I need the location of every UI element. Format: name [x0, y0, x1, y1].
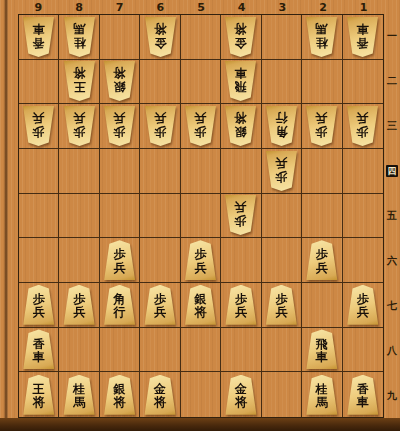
- file-label-1: 1: [343, 0, 384, 14]
- piece-face: 歩兵: [265, 151, 298, 191]
- gote-silver[interactable]: 銀将: [103, 61, 136, 101]
- square-36[interactable]: [262, 238, 302, 283]
- square-96[interactable]: [19, 238, 59, 283]
- piece-kanji: 将: [154, 396, 166, 409]
- sente-pawn[interactable]: 歩兵: [346, 285, 379, 325]
- piece-face: 歩兵: [22, 285, 55, 325]
- piece-face: 王将: [22, 375, 55, 415]
- square-26[interactable]: 歩兵: [302, 238, 342, 283]
- square-94[interactable]: [19, 149, 59, 194]
- sente-rook[interactable]: 飛車: [305, 329, 338, 369]
- square-97[interactable]: 歩兵: [19, 283, 59, 328]
- square-65[interactable]: [140, 194, 180, 239]
- piece-kanji: 将: [114, 396, 126, 409]
- piece-face: 歩兵: [22, 106, 55, 146]
- piece-kanji: 金: [154, 383, 166, 396]
- piece-kanji: 兵: [275, 306, 287, 319]
- gote-rook[interactable]: 飛車: [224, 61, 257, 101]
- piece-face: 香車: [346, 375, 379, 415]
- square-61[interactable]: 金将: [140, 15, 180, 60]
- square-53[interactable]: 歩兵: [181, 104, 221, 149]
- piece-kanji: 馬: [316, 22, 328, 35]
- gote-pawn[interactable]: 歩兵: [224, 195, 257, 235]
- square-35[interactable]: [262, 194, 302, 239]
- square-45[interactable]: 歩兵: [221, 194, 261, 239]
- piece-kanji: 歩: [316, 125, 328, 138]
- sente-knight[interactable]: 桂馬: [305, 375, 338, 415]
- shogi-board: 香車桂馬金将金将桂馬香車王将銀将飛車歩兵歩兵歩兵歩兵歩兵銀将角行歩兵歩兵歩兵歩兵…: [18, 14, 384, 418]
- rank-label-2: 二: [384, 59, 400, 104]
- square-59[interactable]: [181, 372, 221, 417]
- square-85[interactable]: [59, 194, 99, 239]
- piece-kanji: 将: [235, 396, 247, 409]
- board-left-edge: [4, 0, 8, 431]
- rank-label-6: 六: [384, 238, 400, 283]
- gote-pawn[interactable]: 歩兵: [184, 106, 217, 146]
- square-11[interactable]: 香車: [343, 15, 383, 60]
- file-label-6: 6: [140, 0, 181, 14]
- piece-kanji: 歩: [235, 214, 247, 227]
- piece-kanji: 行: [114, 306, 126, 319]
- piece-kanji: 金: [235, 35, 247, 48]
- square-79[interactable]: 銀将: [100, 372, 140, 417]
- piece-kanji: 兵: [73, 306, 85, 319]
- square-78[interactable]: [100, 328, 140, 373]
- piece-kanji: 兵: [194, 262, 206, 275]
- square-33[interactable]: 角行: [262, 104, 302, 149]
- piece-face: 桂馬: [63, 375, 96, 415]
- square-62[interactable]: [140, 60, 180, 105]
- square-22[interactable]: [302, 60, 342, 105]
- gote-gold[interactable]: 金将: [224, 17, 257, 57]
- piece-kanji: 王: [33, 383, 45, 396]
- square-51[interactable]: [181, 15, 221, 60]
- piece-kanji: 兵: [114, 262, 126, 275]
- piece-kanji: 兵: [357, 306, 369, 319]
- gote-bishop[interactable]: 角行: [265, 106, 298, 146]
- piece-face: 銀将: [184, 285, 217, 325]
- square-19[interactable]: 香車: [343, 372, 383, 417]
- piece-kanji: 車: [33, 22, 45, 35]
- sente-silver[interactable]: 銀将: [184, 285, 217, 325]
- piece-face: 飛車: [224, 61, 257, 101]
- piece-kanji: 将: [154, 22, 166, 35]
- piece-face: 歩兵: [184, 240, 217, 280]
- piece-face: 金将: [144, 375, 177, 415]
- square-42[interactable]: 飛車: [221, 60, 261, 105]
- piece-kanji: 飛: [316, 338, 328, 351]
- piece-kanji: 歩: [114, 125, 126, 138]
- piece-face: 歩兵: [224, 285, 257, 325]
- piece-kanji: 香: [357, 383, 369, 396]
- piece-face: 桂馬: [305, 17, 338, 57]
- square-92[interactable]: [19, 60, 59, 105]
- piece-face: 歩兵: [184, 106, 217, 146]
- piece-face: 角行: [265, 106, 298, 146]
- piece-kanji: 歩: [114, 248, 126, 261]
- square-95[interactable]: [19, 194, 59, 239]
- piece-kanji: 歩: [316, 248, 328, 261]
- gote-pawn[interactable]: 歩兵: [265, 151, 298, 191]
- square-39[interactable]: [262, 372, 302, 417]
- rank-label-5: 五: [384, 194, 400, 239]
- sente-silver[interactable]: 銀将: [103, 375, 136, 415]
- gote-pawn[interactable]: 歩兵: [144, 106, 177, 146]
- piece-face: 歩兵: [103, 106, 136, 146]
- piece-kanji: 車: [33, 351, 45, 364]
- square-56[interactable]: 歩兵: [181, 238, 221, 283]
- sente-pawn[interactable]: 歩兵: [184, 240, 217, 280]
- piece-kanji: 兵: [194, 111, 206, 124]
- square-99[interactable]: 王将: [19, 372, 59, 417]
- shogi-app: 987654321 一二三四五六七八九 香車桂馬金将金将桂馬香車王将銀将飛車歩兵…: [0, 0, 400, 431]
- piece-face: 金将: [224, 17, 257, 57]
- piece-kanji: 歩: [194, 125, 206, 138]
- square-49[interactable]: 金将: [221, 372, 261, 417]
- square-47[interactable]: 歩兵: [221, 283, 261, 328]
- square-44[interactable]: [221, 149, 261, 194]
- square-66[interactable]: [140, 238, 180, 283]
- piece-face: 銀将: [103, 61, 136, 101]
- piece-kanji: 香: [33, 338, 45, 351]
- piece-face: 歩兵: [346, 285, 379, 325]
- square-75[interactable]: [100, 194, 140, 239]
- sente-pawn[interactable]: 歩兵: [63, 285, 96, 325]
- square-91[interactable]: 香車: [19, 15, 59, 60]
- file-label-4: 4: [221, 0, 262, 14]
- piece-kanji: 王: [73, 80, 85, 93]
- square-64[interactable]: [140, 149, 180, 194]
- file-label-9: 9: [18, 0, 59, 14]
- square-27[interactable]: [302, 283, 342, 328]
- piece-face: 歩兵: [305, 106, 338, 146]
- gote-pawn[interactable]: 歩兵: [305, 106, 338, 146]
- square-72[interactable]: 銀将: [100, 60, 140, 105]
- square-12[interactable]: [343, 60, 383, 105]
- piece-face: 香車: [346, 17, 379, 57]
- piece-kanji: 将: [73, 67, 85, 80]
- square-37[interactable]: 歩兵: [262, 283, 302, 328]
- square-41[interactable]: 金将: [221, 15, 261, 60]
- piece-kanji: 将: [235, 111, 247, 124]
- piece-kanji: 将: [194, 306, 206, 319]
- square-68[interactable]: [140, 328, 180, 373]
- piece-face: 香車: [22, 329, 55, 369]
- square-21[interactable]: 桂馬: [302, 15, 342, 60]
- file-label-2: 2: [303, 0, 344, 14]
- file-labels: 987654321: [18, 0, 384, 14]
- gote-lance[interactable]: 香車: [346, 17, 379, 57]
- rank-label-4: 四: [386, 165, 398, 177]
- piece-face: 香車: [22, 17, 55, 57]
- gote-knight[interactable]: 桂馬: [305, 17, 338, 57]
- square-63[interactable]: 歩兵: [140, 104, 180, 149]
- board-bottom-edge: [0, 418, 400, 431]
- piece-kanji: 歩: [275, 169, 287, 182]
- piece-face: 歩兵: [305, 240, 338, 280]
- piece-kanji: 銀: [194, 293, 206, 306]
- piece-kanji: 兵: [154, 111, 166, 124]
- piece-face: 歩兵: [63, 106, 96, 146]
- piece-face: 銀将: [103, 375, 136, 415]
- sente-king[interactable]: 王将: [22, 375, 55, 415]
- square-58[interactable]: [181, 328, 221, 373]
- square-16[interactable]: [343, 238, 383, 283]
- sente-pawn[interactable]: 歩兵: [224, 285, 257, 325]
- piece-face: 歩兵: [63, 285, 96, 325]
- piece-kanji: 銀: [114, 80, 126, 93]
- sente-pawn[interactable]: 歩兵: [305, 240, 338, 280]
- piece-kanji: 桂: [73, 35, 85, 48]
- piece-face: 桂馬: [305, 375, 338, 415]
- gote-lance[interactable]: 香車: [22, 17, 55, 57]
- piece-face: 桂馬: [63, 17, 96, 57]
- piece-face: 金将: [224, 375, 257, 415]
- square-17[interactable]: 歩兵: [343, 283, 383, 328]
- piece-kanji: 歩: [275, 293, 287, 306]
- square-84[interactable]: [59, 149, 99, 194]
- square-74[interactable]: [100, 149, 140, 194]
- piece-kanji: 飛: [235, 80, 247, 93]
- piece-face: 歩兵: [103, 240, 136, 280]
- piece-kanji: 歩: [73, 293, 85, 306]
- piece-kanji: 車: [357, 396, 369, 409]
- piece-kanji: 兵: [275, 156, 287, 169]
- piece-kanji: 馬: [316, 396, 328, 409]
- square-87[interactable]: 歩兵: [59, 283, 99, 328]
- sente-knight[interactable]: 桂馬: [63, 375, 96, 415]
- piece-kanji: 将: [114, 67, 126, 80]
- square-57[interactable]: 銀将: [181, 283, 221, 328]
- piece-kanji: 兵: [33, 111, 45, 124]
- piece-kanji: 兵: [73, 111, 85, 124]
- piece-kanji: 歩: [33, 125, 45, 138]
- square-69[interactable]: 金将: [140, 372, 180, 417]
- square-46[interactable]: [221, 238, 261, 283]
- piece-kanji: 兵: [235, 306, 247, 319]
- square-18[interactable]: [343, 328, 383, 373]
- piece-kanji: 香: [357, 35, 369, 48]
- piece-face: 歩兵: [346, 106, 379, 146]
- piece-kanji: 金: [235, 383, 247, 396]
- square-77[interactable]: 角行: [100, 283, 140, 328]
- piece-kanji: 兵: [33, 306, 45, 319]
- piece-kanji: 兵: [235, 201, 247, 214]
- square-73[interactable]: 歩兵: [100, 104, 140, 149]
- gote-pawn[interactable]: 歩兵: [103, 106, 136, 146]
- gote-king[interactable]: 王将: [63, 61, 96, 101]
- piece-face: 王将: [63, 61, 96, 101]
- piece-kanji: 桂: [316, 35, 328, 48]
- piece-kanji: 兵: [154, 306, 166, 319]
- piece-kanji: 行: [275, 111, 287, 124]
- rank-label-9: 九: [384, 373, 400, 418]
- piece-kanji: 歩: [194, 248, 206, 261]
- file-label-8: 8: [59, 0, 100, 14]
- square-29[interactable]: 桂馬: [302, 372, 342, 417]
- square-24[interactable]: [302, 149, 342, 194]
- gote-pawn[interactable]: 歩兵: [346, 106, 379, 146]
- piece-face: 歩兵: [144, 106, 177, 146]
- sente-pawn[interactable]: 歩兵: [265, 285, 298, 325]
- sente-gold[interactable]: 金将: [144, 375, 177, 415]
- sente-pawn[interactable]: 歩兵: [22, 285, 55, 325]
- rank-label-8: 八: [384, 328, 400, 373]
- square-43[interactable]: 銀将: [221, 104, 261, 149]
- piece-face: 歩兵: [224, 195, 257, 235]
- piece-kanji: 兵: [316, 262, 328, 275]
- piece-kanji: 銀: [114, 383, 126, 396]
- rank-labels: 一二三四五六七八九: [384, 14, 400, 418]
- piece-face: 銀将: [224, 106, 257, 146]
- piece-kanji: 角: [275, 125, 287, 138]
- gote-pawn[interactable]: 歩兵: [22, 106, 55, 146]
- square-88[interactable]: [59, 328, 99, 373]
- square-93[interactable]: 歩兵: [19, 104, 59, 149]
- square-89[interactable]: 桂馬: [59, 372, 99, 417]
- piece-kanji: 馬: [73, 22, 85, 35]
- rank-label-1: 一: [384, 14, 400, 59]
- file-label-7: 7: [99, 0, 140, 14]
- square-23[interactable]: 歩兵: [302, 104, 342, 149]
- square-82[interactable]: 王将: [59, 60, 99, 105]
- sente-lance[interactable]: 香車: [22, 329, 55, 369]
- piece-kanji: 車: [235, 67, 247, 80]
- piece-kanji: 歩: [154, 293, 166, 306]
- piece-face: 角行: [103, 285, 136, 325]
- gote-silver[interactable]: 銀将: [224, 106, 257, 146]
- piece-kanji: 車: [316, 351, 328, 364]
- square-48[interactable]: [221, 328, 261, 373]
- square-15[interactable]: [343, 194, 383, 239]
- piece-kanji: 歩: [357, 293, 369, 306]
- piece-face: 飛車: [305, 329, 338, 369]
- square-67[interactable]: 歩兵: [140, 283, 180, 328]
- sente-lance[interactable]: 香車: [346, 375, 379, 415]
- square-83[interactable]: 歩兵: [59, 104, 99, 149]
- piece-kanji: 将: [235, 22, 247, 35]
- square-32[interactable]: [262, 60, 302, 105]
- sente-gold[interactable]: 金将: [224, 375, 257, 415]
- gote-pawn[interactable]: 歩兵: [63, 106, 96, 146]
- piece-kanji: 桂: [73, 383, 85, 396]
- piece-kanji: 歩: [235, 293, 247, 306]
- piece-kanji: 兵: [114, 111, 126, 124]
- piece-kanji: 歩: [33, 293, 45, 306]
- sente-pawn[interactable]: 歩兵: [103, 240, 136, 280]
- piece-kanji: 将: [33, 396, 45, 409]
- sente-bishop[interactable]: 角行: [103, 285, 136, 325]
- gote-gold[interactable]: 金将: [144, 17, 177, 57]
- square-71[interactable]: [100, 15, 140, 60]
- square-54[interactable]: [181, 149, 221, 194]
- piece-kanji: 歩: [357, 125, 369, 138]
- square-98[interactable]: 香車: [19, 328, 59, 373]
- square-14[interactable]: [343, 149, 383, 194]
- piece-face: 歩兵: [144, 285, 177, 325]
- file-label-3: 3: [262, 0, 303, 14]
- piece-kanji: 馬: [73, 396, 85, 409]
- piece-kanji: 桂: [316, 383, 328, 396]
- square-52[interactable]: [181, 60, 221, 105]
- piece-kanji: 銀: [235, 125, 247, 138]
- piece-kanji: 歩: [154, 125, 166, 138]
- file-label-5: 5: [181, 0, 222, 14]
- piece-kanji: 車: [357, 22, 369, 35]
- square-13[interactable]: 歩兵: [343, 104, 383, 149]
- piece-kanji: 香: [33, 35, 45, 48]
- square-28[interactable]: 飛車: [302, 328, 342, 373]
- square-31[interactable]: [262, 15, 302, 60]
- square-25[interactable]: [302, 194, 342, 239]
- square-86[interactable]: [59, 238, 99, 283]
- piece-kanji: 歩: [73, 125, 85, 138]
- square-34[interactable]: 歩兵: [262, 149, 302, 194]
- square-76[interactable]: 歩兵: [100, 238, 140, 283]
- sente-pawn[interactable]: 歩兵: [144, 285, 177, 325]
- square-81[interactable]: 桂馬: [59, 15, 99, 60]
- piece-kanji: 金: [154, 35, 166, 48]
- gote-knight[interactable]: 桂馬: [63, 17, 96, 57]
- rank-label-7: 七: [384, 283, 400, 328]
- piece-kanji: 兵: [316, 111, 328, 124]
- piece-face: 歩兵: [265, 285, 298, 325]
- square-55[interactable]: [181, 194, 221, 239]
- piece-kanji: 兵: [357, 111, 369, 124]
- rank-label-3: 三: [384, 104, 400, 149]
- square-38[interactable]: [262, 328, 302, 373]
- piece-face: 金将: [144, 17, 177, 57]
- piece-kanji: 角: [114, 293, 126, 306]
